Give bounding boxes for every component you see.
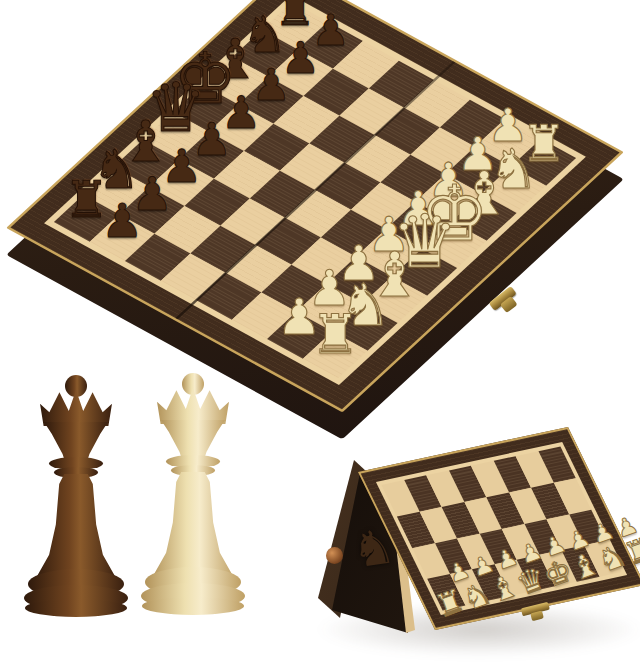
board-maple-border: ♜♞♝♛♚♝♞♜♟♟♟♟♟♟♟♟♟♟♟♟♟♟♟♟♜♞♝♛♚♝♞♜ bbox=[44, 0, 586, 385]
foreground-dark-queen bbox=[21, 375, 131, 619]
board-top-face: ♜♞♝♛♚♝♞♜♟♟♟♟♟♟♟♟♟♟♟♟♟♟♟♟♜♞♝♛♚♝♞♜ bbox=[6, 0, 624, 412]
folded-board: ♞ ♟♟♟♟♟♟♟♟♜♞♝♛♚♝♞♜ bbox=[310, 420, 640, 664]
queen-crown bbox=[157, 388, 229, 424]
queen-base3 bbox=[25, 599, 127, 617]
main-chess-board: ♜♞♝♛♚♝♞♜♟♟♟♟♟♟♟♟♟♟♟♟♟♟♟♟♜♞♝♛♚♝♞♜ bbox=[95, 0, 535, 410]
queen-crown bbox=[40, 390, 112, 426]
foreground-light-queen bbox=[138, 373, 248, 617]
side-knob-icon bbox=[326, 547, 343, 564]
queen-base3 bbox=[142, 597, 244, 615]
